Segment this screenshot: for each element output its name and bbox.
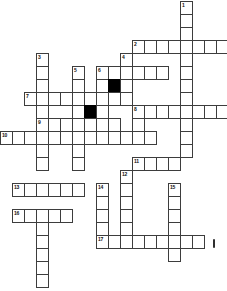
letter-cell[interactable] <box>96 105 109 119</box>
letter-cell[interactable] <box>180 53 193 67</box>
letter-cell[interactable]: 12 <box>120 170 133 184</box>
letter-cell[interactable] <box>216 40 227 54</box>
letter-cell[interactable] <box>132 118 145 132</box>
letter-cell[interactable] <box>72 157 85 171</box>
letter-cell[interactable] <box>36 79 49 93</box>
clue-number-1: 1 <box>182 2 184 8</box>
letter-cell[interactable] <box>36 274 49 288</box>
letter-cell[interactable] <box>120 209 133 223</box>
letter-cell[interactable] <box>192 235 205 249</box>
letter-cell[interactable] <box>60 209 73 223</box>
clue-number-15: 15 <box>170 184 175 190</box>
letter-cell[interactable] <box>96 196 109 210</box>
clue-number-13: 13 <box>14 184 19 190</box>
letter-cell[interactable] <box>72 79 85 93</box>
letter-cell[interactable]: 1 <box>180 1 193 15</box>
letter-cell[interactable] <box>156 66 169 80</box>
letter-cell[interactable] <box>36 144 49 158</box>
clue-number-4: 4 <box>122 54 124 60</box>
crossword-board: 1234567891011121314151617 <box>0 0 227 291</box>
letter-cell[interactable] <box>36 105 49 119</box>
letter-cell[interactable] <box>36 248 49 262</box>
clue-number-6: 6 <box>98 67 100 73</box>
letter-cell[interactable] <box>36 222 49 236</box>
letter-cell[interactable]: 4 <box>120 53 133 67</box>
letter-cell[interactable] <box>120 183 133 197</box>
letter-cell[interactable] <box>108 118 121 132</box>
clue-number-5: 5 <box>74 67 76 73</box>
letter-cell[interactable] <box>180 14 193 28</box>
letter-cell[interactable] <box>168 248 181 262</box>
clue-number-8: 8 <box>134 106 136 112</box>
letter-cell[interactable] <box>180 27 193 41</box>
letter-cell[interactable] <box>180 79 193 93</box>
letter-cell[interactable] <box>120 92 133 106</box>
letter-cell[interactable] <box>120 222 133 236</box>
letter-cell[interactable]: 14 <box>96 183 109 197</box>
letter-cell[interactable] <box>72 144 85 158</box>
letter-cell[interactable] <box>180 131 193 145</box>
letter-cell[interactable] <box>120 196 133 210</box>
clue-number-7: 7 <box>26 93 28 99</box>
clue-number-3: 3 <box>38 54 40 60</box>
letter-cell[interactable]: 3 <box>36 53 49 67</box>
letter-cell[interactable] <box>168 209 181 223</box>
letter-cell[interactable] <box>96 222 109 236</box>
letter-cell[interactable]: 5 <box>72 66 85 80</box>
letter-cell[interactable] <box>180 92 193 106</box>
letter-cell[interactable] <box>180 118 193 132</box>
clue-number-16: 16 <box>14 210 19 216</box>
letter-cell[interactable] <box>168 157 181 171</box>
clue-number-10: 10 <box>2 132 7 138</box>
letter-cell[interactable] <box>168 222 181 236</box>
clue-number-17: 17 <box>98 236 103 242</box>
letter-cell[interactable] <box>216 105 227 119</box>
letter-cell[interactable] <box>180 66 193 80</box>
clue-number-2: 2 <box>134 41 136 47</box>
clue-number-9: 9 <box>38 119 40 125</box>
letter-cell[interactable] <box>144 131 157 145</box>
letter-cell[interactable] <box>120 79 133 93</box>
stray-mark <box>213 239 215 248</box>
letter-cell[interactable] <box>36 157 49 171</box>
letter-cell[interactable] <box>180 144 193 158</box>
letter-cell[interactable] <box>36 235 49 249</box>
clue-number-14: 14 <box>98 184 103 190</box>
letter-cell[interactable] <box>96 209 109 223</box>
letter-cell[interactable] <box>36 261 49 275</box>
letter-cell[interactable] <box>168 196 181 210</box>
clue-number-11: 11 <box>134 158 139 164</box>
letter-cell[interactable] <box>72 183 85 197</box>
letter-cell[interactable]: 15 <box>168 183 181 197</box>
letter-cell[interactable] <box>36 66 49 80</box>
clue-number-12: 12 <box>122 171 127 177</box>
